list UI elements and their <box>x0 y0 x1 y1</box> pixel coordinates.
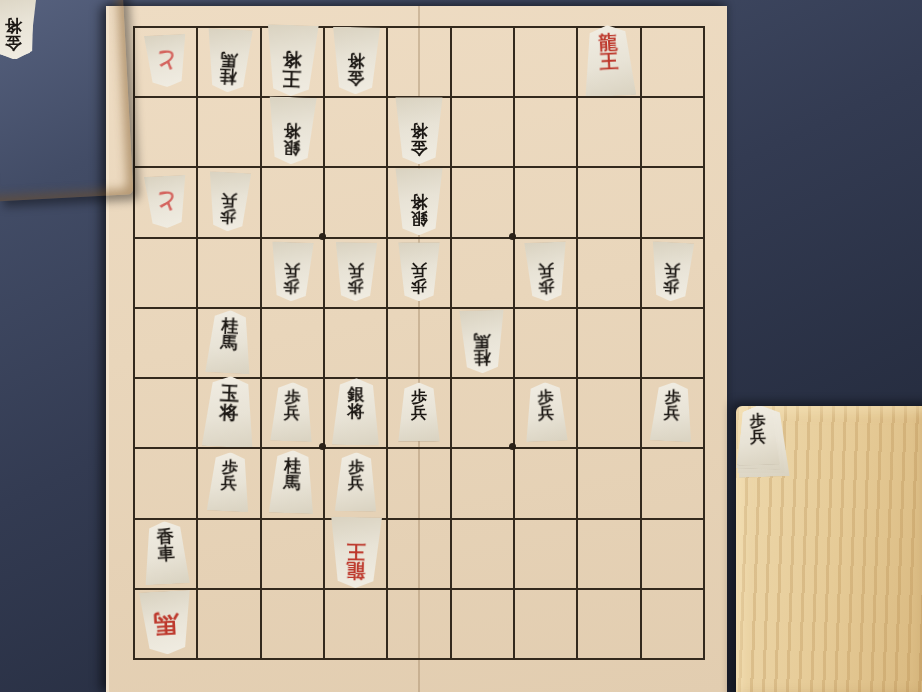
sente-pawn-piece[interactable]: 歩兵 <box>269 382 315 442</box>
piece-kanji: 兵 <box>411 405 427 421</box>
gote-knight-piece[interactable]: 桂馬 <box>458 310 506 374</box>
square-1c[interactable] <box>640 166 703 236</box>
piece-kanji: 王 <box>599 51 619 71</box>
square-5g[interactable] <box>386 447 449 517</box>
square-5d[interactable]: 歩兵 <box>386 237 449 307</box>
piece-kanji: 兵 <box>664 405 681 421</box>
sente-dragon-promoted-piece[interactable]: 龍王 <box>580 24 638 98</box>
piece-kanji: 王 <box>282 69 302 88</box>
square-8b[interactable] <box>196 96 259 166</box>
piece-kanji: と <box>154 50 178 73</box>
square-3h[interactable] <box>513 518 576 588</box>
board-grid: と桂馬王将金将龍王銀将金将と歩兵銀将歩兵歩兵歩兵歩兵歩兵桂馬桂馬玉将歩兵銀将歩兵… <box>133 26 705 660</box>
piece-kanji: 兵 <box>411 263 427 279</box>
square-1i[interactable] <box>640 588 703 658</box>
hoshi-dot <box>509 233 516 240</box>
square-5i[interactable] <box>386 588 449 658</box>
gote-knight-piece[interactable]: 桂馬 <box>204 28 254 93</box>
square-6g[interactable]: 歩兵 <box>323 447 386 517</box>
piece-kanji: 兵 <box>221 192 238 208</box>
square-8d[interactable] <box>196 237 259 307</box>
piece-kanji: 兵 <box>284 262 301 278</box>
square-2a[interactable]: 龍王 <box>576 26 639 96</box>
square-5b[interactable]: 金将 <box>386 96 449 166</box>
square-8e[interactable]: 桂馬 <box>196 307 259 377</box>
square-3a[interactable] <box>513 26 576 96</box>
square-4e[interactable]: 桂馬 <box>450 307 513 377</box>
square-4b[interactable] <box>450 96 513 166</box>
square-7g[interactable]: 桂馬 <box>260 447 323 517</box>
piece-kanji: 歩 <box>538 278 555 294</box>
sente-knight-piece[interactable]: 桂馬 <box>268 450 317 515</box>
square-2h[interactable] <box>576 518 639 588</box>
piece-kanji: 将 <box>410 123 427 140</box>
gote-silver-piece[interactable]: 銀将 <box>266 97 318 166</box>
desk-surface: { "game": "shogi", "scene": "Overhead ph… <box>0 0 922 692</box>
square-7i[interactable] <box>260 588 323 658</box>
sente-king-piece[interactable]: 玉将 <box>200 375 258 449</box>
square-6f[interactable]: 銀将 <box>323 377 386 447</box>
piece-kanji: 龍 <box>346 561 365 580</box>
square-1g[interactable] <box>640 447 703 517</box>
piece-kanji: 兵 <box>221 475 238 491</box>
sente-pawn-piece[interactable]: 歩兵 <box>333 452 378 512</box>
square-3f[interactable]: 歩兵 <box>513 377 576 447</box>
piece-kanji: 金 <box>410 140 427 157</box>
piece-kanji: 兵 <box>284 405 301 421</box>
piece-kanji: 将 <box>283 51 303 70</box>
square-9a[interactable]: と <box>133 26 196 96</box>
square-9g[interactable] <box>133 447 196 517</box>
piece-kanji: 将 <box>284 123 302 140</box>
square-5f[interactable]: 歩兵 <box>386 377 449 447</box>
square-3e[interactable] <box>513 307 576 377</box>
square-6b[interactable] <box>323 96 386 166</box>
piece-kanji: 将 <box>347 53 364 70</box>
piece-kanji: 車 <box>157 544 175 562</box>
hoshi-dot <box>509 443 516 450</box>
square-6e[interactable] <box>323 307 386 377</box>
piece-kanji: 将 <box>347 403 364 420</box>
square-3c[interactable] <box>513 166 576 236</box>
piece-kanji: 馬 <box>220 52 238 70</box>
piece-kanji: 兵 <box>664 262 681 278</box>
square-4g[interactable] <box>450 447 513 517</box>
sente-knight-piece[interactable]: 桂馬 <box>204 309 254 374</box>
square-1e[interactable] <box>640 307 703 377</box>
gote-pawn-piece[interactable]: 歩兵 <box>205 171 252 232</box>
gote-horse-promoted-piece[interactable]: 馬 <box>137 590 194 656</box>
square-2i[interactable] <box>576 588 639 658</box>
gote-tokin-promoted-piece[interactable]: と <box>142 174 189 228</box>
piece-kanji: 金 <box>347 69 364 86</box>
gote-pawn-piece[interactable]: 歩兵 <box>649 241 696 302</box>
square-5e[interactable] <box>386 307 449 377</box>
gote-gold-piece[interactable]: 金将 <box>330 27 381 95</box>
sente-pawn-piece[interactable]: 歩兵 <box>397 383 441 442</box>
square-5c[interactable]: 銀将 <box>386 166 449 236</box>
sente-pawn-piece[interactable]: 歩兵 <box>205 452 252 513</box>
square-7b[interactable]: 銀将 <box>260 96 323 166</box>
piece-kanji: 兵 <box>537 262 554 278</box>
square-2f[interactable] <box>576 377 639 447</box>
square-7f[interactable]: 歩兵 <box>260 377 323 447</box>
square-9i[interactable]: 馬 <box>133 588 196 658</box>
square-6i[interactable] <box>323 588 386 658</box>
gote-gold-piece[interactable]: 金将 <box>394 97 444 164</box>
piece-kanji: 王 <box>346 542 365 561</box>
square-1a[interactable] <box>640 26 703 96</box>
gote-pawn-piece[interactable]: 歩兵 <box>397 242 441 301</box>
gote-pawn-piece[interactable]: 歩兵 <box>269 241 315 301</box>
gote-silver-piece[interactable]: 銀将 <box>394 168 444 235</box>
square-9f[interactable] <box>133 377 196 447</box>
square-8c[interactable]: 歩兵 <box>196 166 259 236</box>
gote-king-piece[interactable]: 王将 <box>264 24 320 97</box>
piece-kanji: 兵 <box>537 405 554 421</box>
piece-kanji: 兵 <box>750 428 767 444</box>
hoshi-dot <box>319 443 326 450</box>
piece-kanji: 馬 <box>153 610 179 636</box>
gote-pawn-piece[interactable]: 歩兵 <box>523 241 569 301</box>
square-1d[interactable]: 歩兵 <box>640 237 703 307</box>
square-8a[interactable]: 桂馬 <box>196 26 259 96</box>
square-5a[interactable] <box>386 26 449 96</box>
square-7c[interactable] <box>260 166 323 236</box>
piece-kanji: 歩 <box>284 278 301 294</box>
piece-kanji: 兵 <box>348 475 364 491</box>
gote-dragon-promoted-piece[interactable]: 龍王 <box>328 516 383 588</box>
piece-kanji: 将 <box>5 18 22 35</box>
piece-kanji: 桂 <box>474 349 491 366</box>
gote-piece-stand: 歩兵香車香車銀将金将 <box>0 0 133 201</box>
sente-lance-piece[interactable]: 香車 <box>141 520 191 585</box>
square-6a[interactable]: 金将 <box>323 26 386 96</box>
square-9e[interactable] <box>133 307 196 377</box>
square-6d[interactable]: 歩兵 <box>323 237 386 307</box>
square-3d[interactable]: 歩兵 <box>513 237 576 307</box>
square-4h[interactable] <box>450 518 513 588</box>
sente-piece-stand: 角行金将香車歩兵歩兵歩兵 <box>736 406 922 692</box>
square-4d[interactable] <box>450 237 513 307</box>
square-7a[interactable]: 王将 <box>260 26 323 96</box>
square-8h[interactable] <box>196 518 259 588</box>
gote-tokin-promoted-piece[interactable]: と <box>142 34 189 88</box>
square-4c[interactable] <box>450 166 513 236</box>
piece-kanji: 銀 <box>410 210 427 227</box>
square-2e[interactable] <box>576 307 639 377</box>
square-8g[interactable]: 歩兵 <box>196 447 259 517</box>
piece-kanji: 歩 <box>411 278 427 294</box>
square-7d[interactable]: 歩兵 <box>260 237 323 307</box>
square-9c[interactable]: と <box>133 166 196 236</box>
gote-pawn-piece[interactable]: 歩兵 <box>333 242 378 302</box>
square-2g[interactable] <box>576 447 639 517</box>
square-1f[interactable]: 歩兵 <box>640 377 703 447</box>
piece-kanji: 将 <box>410 193 427 210</box>
square-3b[interactable] <box>513 96 576 166</box>
piece-kanji: と <box>154 190 178 213</box>
square-2c[interactable] <box>576 166 639 236</box>
square-9d[interactable] <box>133 237 196 307</box>
square-2d[interactable] <box>576 237 639 307</box>
piece-kanji: 桂 <box>219 68 237 86</box>
shogi-board: と桂馬王将金将龍王銀将金将と歩兵銀将歩兵歩兵歩兵歩兵歩兵桂馬桂馬玉将歩兵銀将歩兵… <box>106 6 727 692</box>
square-4i[interactable] <box>450 588 513 658</box>
square-6h[interactable]: 龍王 <box>323 518 386 588</box>
square-4f[interactable] <box>450 377 513 447</box>
square-8i[interactable] <box>196 588 259 658</box>
piece-kanji: 兵 <box>348 263 364 279</box>
square-7h[interactable] <box>260 518 323 588</box>
piece-kanji: 馬 <box>474 333 491 350</box>
square-4a[interactable] <box>450 26 513 96</box>
sente-pawn-piece[interactable]: 歩兵 <box>649 381 696 442</box>
piece-kanji: 金 <box>5 35 22 52</box>
square-6c[interactable] <box>323 166 386 236</box>
square-8f[interactable]: 玉将 <box>196 377 259 447</box>
piece-kanji: 馬 <box>284 474 302 491</box>
piece-kanji: 馬 <box>220 333 238 351</box>
square-9h[interactable]: 香車 <box>133 518 196 588</box>
square-1b[interactable] <box>640 96 703 166</box>
piece-kanji: 銀 <box>283 140 301 157</box>
square-3i[interactable] <box>513 588 576 658</box>
square-1h[interactable] <box>640 518 703 588</box>
square-2b[interactable] <box>576 96 639 166</box>
piece-kanji: 将 <box>219 402 239 422</box>
sente-silver-piece[interactable]: 銀将 <box>330 378 381 446</box>
square-5h[interactable] <box>386 518 449 588</box>
square-7e[interactable] <box>260 307 323 377</box>
sente-pawn-piece[interactable]: 歩兵 <box>523 382 569 442</box>
piece-kanji: 歩 <box>347 278 363 294</box>
hoshi-dot <box>319 233 326 240</box>
square-3g[interactable] <box>513 447 576 517</box>
square-9b[interactable] <box>133 96 196 166</box>
